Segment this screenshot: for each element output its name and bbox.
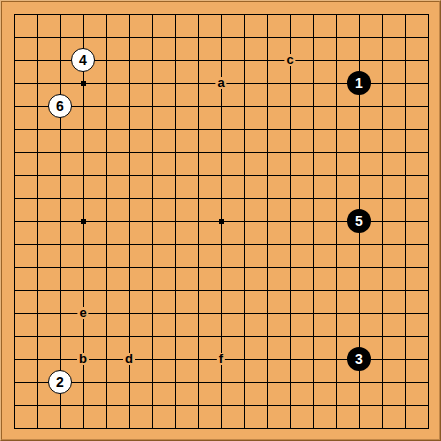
hoshi-star-point — [219, 219, 224, 224]
stone-white-2[interactable]: 2 — [48, 370, 72, 394]
stone-black-5[interactable]: 5 — [347, 209, 371, 233]
point-label-f[interactable]: f — [217, 353, 225, 365]
go-board-grid[interactable]: 123456abcdef — [14, 14, 429, 429]
hoshi-star-point — [81, 219, 86, 224]
stone-white-6[interactable]: 6 — [48, 94, 72, 118]
point-label-b[interactable]: b — [77, 353, 89, 365]
stone-move-number: 4 — [79, 53, 87, 67]
point-label-e[interactable]: e — [77, 307, 88, 319]
stone-move-number: 1 — [355, 76, 363, 90]
stone-move-number: 6 — [56, 99, 64, 113]
stone-move-number: 5 — [355, 214, 363, 228]
stone-black-1[interactable]: 1 — [347, 71, 371, 95]
go-board-diagram: 123456abcdef — [0, 0, 441, 441]
stone-move-number: 2 — [56, 375, 64, 389]
stone-move-number: 3 — [355, 352, 363, 366]
stone-black-3[interactable]: 3 — [347, 347, 371, 371]
point-label-a[interactable]: a — [215, 77, 226, 89]
point-label-d[interactable]: d — [123, 353, 135, 365]
stone-white-4[interactable]: 4 — [71, 48, 95, 72]
point-label-c[interactable]: c — [284, 54, 295, 66]
hoshi-star-point — [81, 81, 86, 86]
